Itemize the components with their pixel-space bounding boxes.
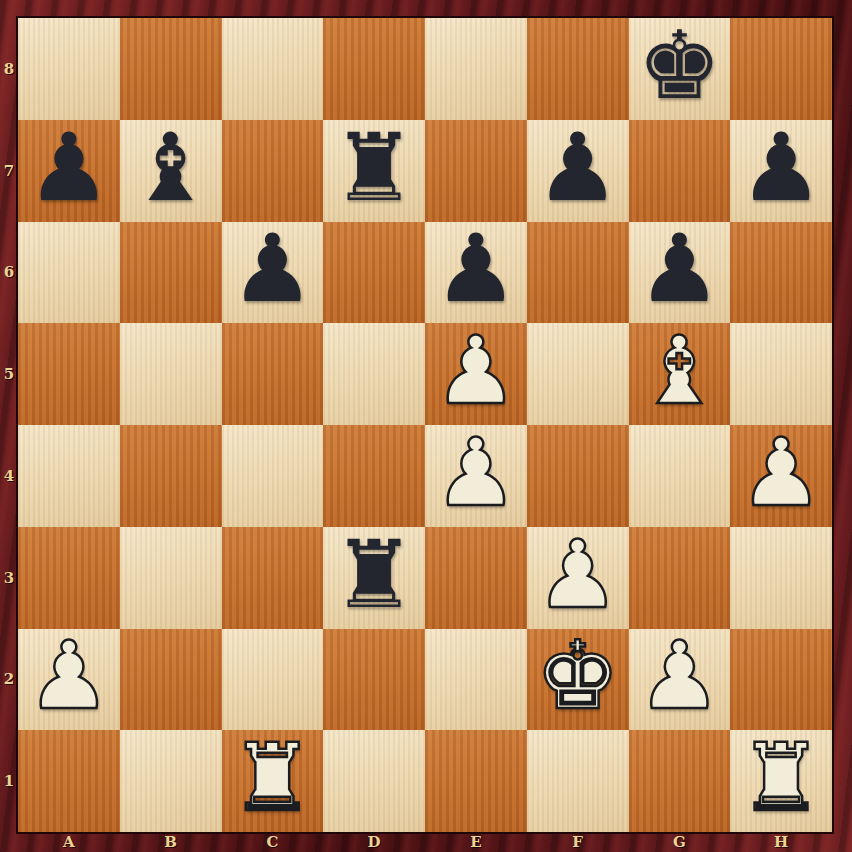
square-g3[interactable] [629,527,731,629]
file-label-c: C [222,832,324,852]
piece-black-pawn[interactable]: ♟ [27,121,111,215]
file-label-d: D [323,832,425,852]
square-f4[interactable] [527,425,629,527]
square-a4[interactable] [18,425,120,527]
piece-white-pawn[interactable]: ♟ [535,528,619,622]
square-g2[interactable]: ♟ [629,629,731,731]
square-g8[interactable]: ♚ [629,18,731,120]
square-a6[interactable] [18,222,120,324]
piece-black-bishop[interactable]: ♝ [128,121,212,215]
rank-label-1: 1 [0,730,18,832]
chess-board-frame: 87654321 ABCDEFGH ♚♟♝♜♟♟♟♟♟♟♝♟♟♜♟♟♚♟♜♜ [0,0,852,852]
square-e2[interactable] [425,629,527,731]
rank-label-2: 2 [0,629,18,731]
file-label-b: B [120,832,222,852]
rank-label-7: 7 [0,120,18,222]
square-c4[interactable] [222,425,324,527]
square-b7[interactable]: ♝ [120,120,222,222]
piece-black-rook[interactable]: ♜ [332,121,416,215]
piece-white-pawn[interactable]: ♟ [27,629,111,723]
rank-labels: 87654321 [0,18,18,832]
rank-label-5: 5 [0,323,18,425]
square-f5[interactable] [527,323,629,425]
square-c2[interactable] [222,629,324,731]
square-e4[interactable]: ♟ [425,425,527,527]
file-label-a: A [18,832,120,852]
square-c8[interactable] [222,18,324,120]
square-c3[interactable] [222,527,324,629]
piece-white-rook[interactable]: ♜ [230,731,314,825]
square-b6[interactable] [120,222,222,324]
square-d2[interactable] [323,629,425,731]
square-h3[interactable] [730,527,832,629]
square-c1[interactable]: ♜ [222,730,324,832]
piece-white-bishop[interactable]: ♝ [637,324,721,418]
piece-black-king[interactable]: ♚ [637,19,721,113]
square-b8[interactable] [120,18,222,120]
square-f6[interactable] [527,222,629,324]
square-d6[interactable] [323,222,425,324]
piece-black-pawn[interactable]: ♟ [230,222,314,316]
piece-black-pawn[interactable]: ♟ [739,121,823,215]
file-labels: ABCDEFGH [18,832,832,852]
square-b4[interactable] [120,425,222,527]
square-f2[interactable]: ♚ [527,629,629,731]
square-e7[interactable] [425,120,527,222]
piece-white-pawn[interactable]: ♟ [739,426,823,520]
file-label-e: E [425,832,527,852]
piece-white-pawn[interactable]: ♟ [637,629,721,723]
square-b5[interactable] [120,323,222,425]
square-g5[interactable]: ♝ [629,323,731,425]
piece-black-rook[interactable]: ♜ [332,528,416,622]
square-c5[interactable] [222,323,324,425]
square-a1[interactable] [18,730,120,832]
piece-white-pawn[interactable]: ♟ [434,324,518,418]
square-c6[interactable]: ♟ [222,222,324,324]
rank-label-6: 6 [0,222,18,324]
square-d5[interactable] [323,323,425,425]
square-g6[interactable]: ♟ [629,222,731,324]
square-h8[interactable] [730,18,832,120]
square-d1[interactable] [323,730,425,832]
square-d4[interactable] [323,425,425,527]
square-a2[interactable]: ♟ [18,629,120,731]
square-f7[interactable]: ♟ [527,120,629,222]
square-b1[interactable] [120,730,222,832]
square-h1[interactable]: ♜ [730,730,832,832]
file-label-h: H [730,832,832,852]
square-g4[interactable] [629,425,731,527]
square-b2[interactable] [120,629,222,731]
square-g1[interactable] [629,730,731,832]
piece-black-pawn[interactable]: ♟ [434,222,518,316]
square-e1[interactable] [425,730,527,832]
square-c7[interactable] [222,120,324,222]
piece-black-pawn[interactable]: ♟ [535,121,619,215]
rank-label-3: 3 [0,527,18,629]
square-h4[interactable]: ♟ [730,425,832,527]
file-label-f: F [527,832,629,852]
square-a5[interactable] [18,323,120,425]
piece-white-pawn[interactable]: ♟ [434,426,518,520]
square-g7[interactable] [629,120,731,222]
square-f3[interactable]: ♟ [527,527,629,629]
square-a7[interactable]: ♟ [18,120,120,222]
square-b3[interactable] [120,527,222,629]
piece-white-king[interactable]: ♚ [535,629,619,723]
square-d3[interactable]: ♜ [323,527,425,629]
chess-board: ♚♟♝♜♟♟♟♟♟♟♝♟♟♜♟♟♚♟♜♜ [18,18,832,832]
square-e8[interactable] [425,18,527,120]
file-label-g: G [629,832,731,852]
square-h6[interactable] [730,222,832,324]
square-d7[interactable]: ♜ [323,120,425,222]
square-f1[interactable] [527,730,629,832]
square-a3[interactable] [18,527,120,629]
piece-white-rook[interactable]: ♜ [739,731,823,825]
square-e3[interactable] [425,527,527,629]
square-f8[interactable] [527,18,629,120]
rank-label-4: 4 [0,425,18,527]
rank-label-8: 8 [0,18,18,120]
square-e5[interactable]: ♟ [425,323,527,425]
piece-black-pawn[interactable]: ♟ [637,222,721,316]
square-h5[interactable] [730,323,832,425]
square-a8[interactable] [18,18,120,120]
square-e6[interactable]: ♟ [425,222,527,324]
square-h7[interactable]: ♟ [730,120,832,222]
square-d8[interactable] [323,18,425,120]
square-h2[interactable] [730,629,832,731]
